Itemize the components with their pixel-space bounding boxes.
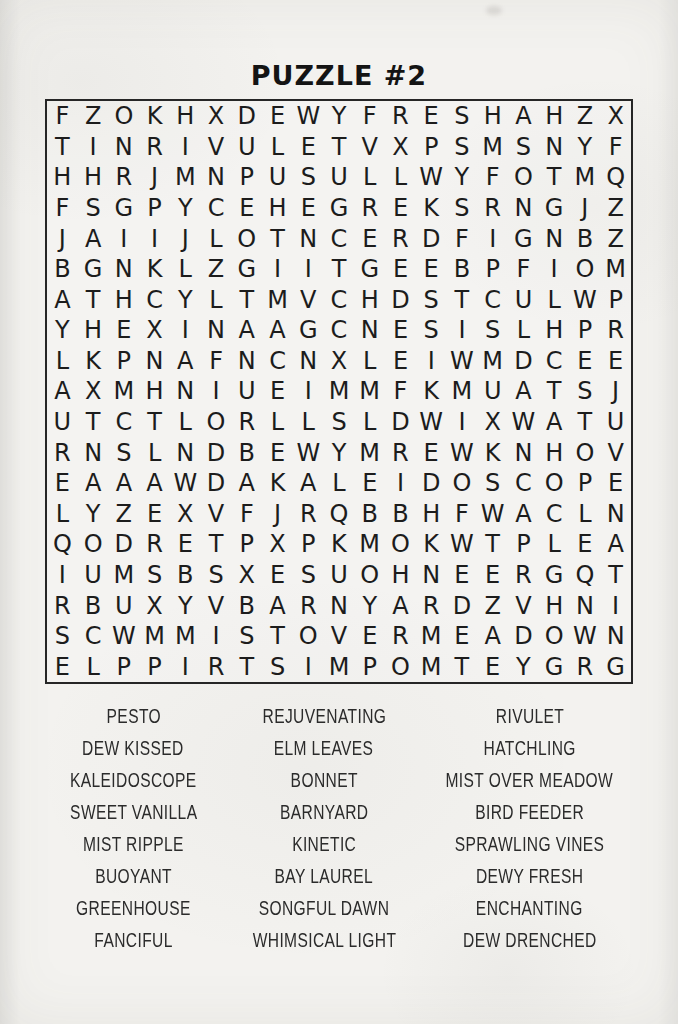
grid-cell: L [201,223,232,254]
grid-cell: L [170,407,201,438]
grid-cell: S [47,621,78,652]
grid-cell: I [170,315,201,346]
grid-cell: N [201,315,232,346]
grid-cell: A [293,468,324,499]
grid-cell: T [324,132,355,163]
grid-cell: H [78,315,109,346]
word-list: PESTODEW KISSEDKALEIDOSCOPESWEET VANILLA… [38,700,640,956]
grid-cell: Y [47,315,78,346]
grid-cell: P [477,254,508,285]
word-list-item: BARNYARD [229,796,420,828]
grid-cell: K [262,468,293,499]
grid-cell: Y [447,162,478,193]
grid-cell: M [139,621,170,652]
grid-cell: S [447,193,478,224]
grid-cell: W [416,407,447,438]
grid-cell: O [108,101,139,132]
grid-cell: W [508,407,539,438]
grid-cell: P [108,346,139,377]
grid-cell: E [170,529,201,560]
grid-cell: D [508,346,539,377]
grid-cell: V [201,590,232,621]
grid-cell: Z [570,101,601,132]
grid-cell: V [201,132,232,163]
grid-cell: T [447,284,478,315]
grid-cell: K [324,529,355,560]
grid-cell: X [139,315,170,346]
grid-cell: U [508,284,539,315]
grid-cell: D [416,468,447,499]
grid-cell: I [293,651,324,682]
grid-cell: L [201,284,232,315]
grid-cell: Z [201,254,232,285]
grid-cell: T [201,529,232,560]
grid-cell: R [385,101,416,132]
grid-cell: V [324,621,355,652]
grid-cell: M [324,651,355,682]
grid-cell: E [385,346,416,377]
grid-cell: U [324,162,355,193]
grid-cell: G [108,193,139,224]
grid-cell: P [231,529,262,560]
word-search-grid: FZOKHXDEWYFRESHAHZXTINRIVULETVXPSMSNYFHH… [45,99,633,684]
grid-cell: E [385,254,416,285]
grid-cell: R [293,499,324,530]
word-list-column-1: PESTODEW KISSEDKALEIDOSCOPESWEET VANILLA… [38,700,229,956]
grid-cell: R [477,193,508,224]
word-list-item: GREENHOUSE [38,892,229,924]
word-list-item: MIST OVER MEADOW [419,764,640,796]
grid-cell: X [600,101,631,132]
grid-cell: S [293,560,324,591]
grid-cell: X [231,560,262,591]
grid-cell: R [385,437,416,468]
grid-cell: J [170,223,201,254]
grid-cell: I [108,223,139,254]
grid-cell: O [354,560,385,591]
grid-cell: T [539,376,570,407]
grid-cell: L [262,132,293,163]
grid-cell: E [293,132,324,163]
grid-cell: O [231,223,262,254]
grid-cell: O [293,621,324,652]
grid-cell: L [354,346,385,377]
word-list-item: SONGFUL DAWN [229,892,420,924]
grid-cell: V [354,132,385,163]
grid-cell: A [508,101,539,132]
grid-cell: S [293,162,324,193]
grid-cell: T [231,651,262,682]
word-list-item: WHIMSICAL LIGHT [229,924,420,956]
grid-cell: H [539,437,570,468]
grid-cell: F [508,254,539,285]
grid-cell: U [231,376,262,407]
grid-cell: A [262,315,293,346]
grid-cell: E [47,468,78,499]
word-list-item: BUOYANT [38,860,229,892]
grid-cell: B [354,499,385,530]
paper-smudge [486,6,502,15]
grid-cell: Y [508,651,539,682]
grid-cell: X [477,407,508,438]
grid-cell: M [324,376,355,407]
grid-cell: V [201,499,232,530]
grid-cell: X [139,590,170,621]
grid-cell: W [293,437,324,468]
grid-cell: I [447,315,478,346]
grid-cell: U [108,590,139,621]
grid-cell: Z [108,499,139,530]
grid-cell: B [231,437,262,468]
grid-cell: C [139,284,170,315]
grid-cell: M [170,162,201,193]
grid-cell: H [170,101,201,132]
grid-cell: H [539,315,570,346]
word-list-item: BONNET [229,764,420,796]
grid-cell: T [231,284,262,315]
grid-cell: F [447,499,478,530]
grid-cell: G [539,193,570,224]
grid-cell: M [477,346,508,377]
grid-cell: O [78,529,109,560]
grid-cell: D [201,468,232,499]
grid-cell: E [262,101,293,132]
word-list-item: MIST RIPPLE [38,828,229,860]
grid-cell: W [293,101,324,132]
word-list-item: HATCHLING [419,732,640,764]
grid-cell: L [47,499,78,530]
grid-cell: Z [477,590,508,621]
grid-cell: T [477,529,508,560]
grid-cell: E [477,651,508,682]
grid-cell: C [324,284,355,315]
grid-cell: R [385,621,416,652]
grid-cell: C [508,468,539,499]
grid-cell: I [385,468,416,499]
grid-cell: E [416,437,447,468]
grid-cell: E [600,468,631,499]
word-list-item: KINETIC [229,828,420,860]
grid-cell: X [170,499,201,530]
grid-cell: O [570,254,601,285]
grid-cell: Q [47,529,78,560]
grid-cell: R [385,223,416,254]
grid-cell: H [539,101,570,132]
grid-cell: G [78,254,109,285]
grid-cell: D [385,407,416,438]
grid-cell: O [539,468,570,499]
grid-cell: Q [600,162,631,193]
grid-cell: W [570,621,601,652]
grid-cell: I [293,254,324,285]
grid-cell: W [416,162,447,193]
grid-cell: Y [354,590,385,621]
grid-cell: Y [170,590,201,621]
grid-cell: S [324,407,355,438]
word-list-item: DEW KISSED [38,732,229,764]
word-list-item: KALEIDOSCOPE [38,764,229,796]
grid-cell: Z [600,223,631,254]
word-list-item: ELM LEAVES [229,732,420,764]
grid-cell: H [262,193,293,224]
grid-cell: K [477,437,508,468]
grid-cell: H [385,560,416,591]
grid-cell: O [570,437,601,468]
grid-cell: I [447,407,478,438]
grid-cell: E [570,529,601,560]
grid-cell: A [477,621,508,652]
grid-cell: E [47,651,78,682]
grid-cell: U [231,132,262,163]
grid-cell: M [570,162,601,193]
word-list-item: SPRAWLING VINES [419,828,640,860]
grid-cell: Y [78,499,109,530]
grid-cell: P [139,651,170,682]
grid-cell: F [385,376,416,407]
grid-cell: I [170,132,201,163]
grid-cell: A [108,468,139,499]
grid-cell: C [539,499,570,530]
grid-cell: C [78,621,109,652]
grid-cell: L [262,407,293,438]
grid-cell: A [385,590,416,621]
grid-cell: E [447,621,478,652]
grid-cell: G [600,651,631,682]
grid-cell: A [47,284,78,315]
grid-cell: R [47,437,78,468]
grid-cell: T [262,223,293,254]
grid-cell: A [47,376,78,407]
grid-cell: D [416,223,447,254]
grid-cell: R [293,590,324,621]
grid-cell: L [170,254,201,285]
grid-cell: L [385,162,416,193]
puzzle-title: PUZZLE #2 [0,60,678,91]
grid-cell: I [47,560,78,591]
grid-cell: M [416,651,447,682]
grid-cell: L [354,407,385,438]
grid-cell: J [47,223,78,254]
grid-cell: S [508,132,539,163]
grid-cell: Y [570,132,601,163]
grid-cell: U [78,560,109,591]
grid-cell: J [262,499,293,530]
grid-cell: E [262,437,293,468]
grid-cell: L [354,162,385,193]
grid-cell: B [570,223,601,254]
grid-cell: R [139,132,170,163]
word-list-item: ENCHANTING [419,892,640,924]
grid-cell: X [201,101,232,132]
grid-cell: F [47,193,78,224]
grid-cell: A [78,468,109,499]
grid-cell: P [139,193,170,224]
grid-cell: B [47,254,78,285]
grid-cell: I [170,651,201,682]
grid-cell: V [293,284,324,315]
grid-cell: F [201,346,232,377]
grid-cell: R [508,560,539,591]
grid-cell: A [139,468,170,499]
grid-cell: X [324,346,355,377]
grid-cell: N [108,254,139,285]
grid-cell: A [539,407,570,438]
grid-cell: K [139,101,170,132]
grid-cell: I [78,132,109,163]
grid-cell: M [354,376,385,407]
grid-cell: T [78,407,109,438]
grid-cell: Y [170,284,201,315]
grid-cell: P [231,162,262,193]
grid-cell: R [47,590,78,621]
grid-cell: O [385,529,416,560]
grid-cell: C [477,284,508,315]
grid-cell: I [262,254,293,285]
grid-cell: E [477,560,508,591]
grid-cell: K [416,193,447,224]
grid-cell: N [539,132,570,163]
grid-cell: T [570,407,601,438]
grid-cell: F [231,499,262,530]
grid-cell: P [570,315,601,346]
grid-cell: S [416,284,447,315]
grid-cell: C [324,223,355,254]
grid-cell: M [447,376,478,407]
grid-cell: I [416,346,447,377]
grid-cell: L [508,315,539,346]
grid-cell: T [600,560,631,591]
grid-cell: J [570,193,601,224]
grid-cell: M [170,621,201,652]
grid-cell: X [262,529,293,560]
grid-cell: I [201,376,232,407]
grid-cell: Q [324,499,355,530]
word-list-item: BIRD FEEDER [419,796,640,828]
grid-cell: Y [170,193,201,224]
word-list-item: DEWY FRESH [419,860,640,892]
grid-cell: F [447,223,478,254]
grid-cell: B [170,560,201,591]
grid-cell: L [324,468,355,499]
grid-cell: W [108,621,139,652]
grid-cell: S [447,132,478,163]
grid-cell: R [570,651,601,682]
grid-cell: H [539,590,570,621]
grid-cell: G [508,223,539,254]
grid-cell: T [447,651,478,682]
grid-cell: N [293,223,324,254]
grid-cell: D [108,529,139,560]
grid-cell: O [508,162,539,193]
grid-cell: W [447,437,478,468]
grid-cell: E [385,315,416,346]
grid-cell: S [477,468,508,499]
grid-cell: Q [570,560,601,591]
puzzle-page: { "game": "word-search", "page_title": "… [0,0,678,1024]
word-list-item: DEW DRENCHED [419,924,640,956]
grid-cell: E [570,346,601,377]
grid-cell: T [78,284,109,315]
grid-cell: N [416,560,447,591]
grid-cell: D [447,590,478,621]
grid-cell: F [354,101,385,132]
grid-cell: E [139,499,170,530]
grid-cell: N [600,621,631,652]
grid-cell: N [231,346,262,377]
grid-cell: I [293,376,324,407]
grid-cell: M [108,376,139,407]
grid-cell: I [139,223,170,254]
grid-cell: A [262,590,293,621]
grid-cell: X [385,132,416,163]
grid-cell: U [262,162,293,193]
grid-cell: E [293,193,324,224]
grid-cell: C [201,193,232,224]
grid-cell: D [508,621,539,652]
grid-cell: S [262,651,293,682]
grid-cell: P [508,529,539,560]
grid-cell: W [447,346,478,377]
grid-cell: E [262,560,293,591]
grid-cell: G [324,193,355,224]
grid-cell: L [47,346,78,377]
grid-cell: S [108,437,139,468]
grid-cell: N [201,162,232,193]
grid-cell: R [201,651,232,682]
grid-cell: K [416,376,447,407]
grid-cell: T [539,162,570,193]
grid-cell: S [416,315,447,346]
grid-cell: H [139,376,170,407]
grid-cell: P [293,529,324,560]
grid-cell: T [47,132,78,163]
grid-cell: C [539,346,570,377]
grid-cell: B [385,499,416,530]
grid-cell: P [108,651,139,682]
grid-cell: M [477,132,508,163]
grid-cell: C [262,346,293,377]
word-list-column-3: RIVULETHATCHLINGMIST OVER MEADOWBIRD FEE… [419,700,640,956]
grid-cell: Y [324,437,355,468]
grid-cell: W [447,529,478,560]
grid-cell: Y [324,101,355,132]
grid-cell: N [78,437,109,468]
word-list-item: BAY LAUREL [229,860,420,892]
grid-cell: N [600,499,631,530]
grid-cell: R [139,529,170,560]
grid-cell: O [201,407,232,438]
grid-cell: P [600,284,631,315]
grid-cell: B [447,254,478,285]
grid-cell: C [108,407,139,438]
grid-cell: D [231,101,262,132]
grid-cell: I [477,223,508,254]
grid-cell: K [78,346,109,377]
grid-cell: E [447,560,478,591]
grid-cell: G [293,315,324,346]
grid-cell: E [354,223,385,254]
grid-cell: O [385,651,416,682]
grid-cell: N [508,193,539,224]
grid-cell: M [354,437,385,468]
grid-cell: M [416,621,447,652]
word-list-item: SWEET VANILLA [38,796,229,828]
grid-cell: R [600,315,631,346]
grid-cell: H [477,101,508,132]
grid-cell: F [600,132,631,163]
grid-cell: E [354,621,385,652]
grid-cell: A [508,499,539,530]
